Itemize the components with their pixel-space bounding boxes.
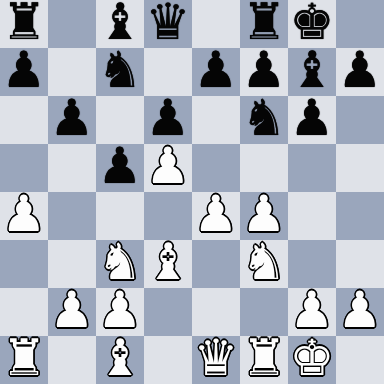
square-d3[interactable]: ♝ bbox=[144, 240, 192, 288]
piece-white-rook[interactable]: ♜ bbox=[2, 334, 47, 382]
square-f3[interactable]: ♞ bbox=[240, 240, 288, 288]
square-d2[interactable] bbox=[144, 288, 192, 336]
piece-black-queen[interactable]: ♛ bbox=[146, 0, 191, 46]
piece-white-pawn[interactable]: ♟ bbox=[242, 190, 287, 238]
piece-black-pawn[interactable]: ♟ bbox=[290, 94, 335, 142]
piece-black-pawn[interactable]: ♟ bbox=[242, 46, 287, 94]
piece-white-knight[interactable]: ♞ bbox=[242, 238, 287, 286]
piece-white-rook[interactable]: ♜ bbox=[242, 334, 287, 382]
piece-white-pawn[interactable]: ♟ bbox=[50, 286, 95, 334]
piece-black-knight[interactable]: ♞ bbox=[242, 94, 287, 142]
square-b2[interactable]: ♟ bbox=[48, 288, 96, 336]
piece-white-bishop[interactable]: ♝ bbox=[146, 238, 191, 286]
piece-black-rook[interactable]: ♜ bbox=[2, 0, 47, 46]
square-h1[interactable] bbox=[336, 336, 384, 384]
square-d5[interactable]: ♟ bbox=[144, 144, 192, 192]
square-d1[interactable] bbox=[144, 336, 192, 384]
square-a3[interactable] bbox=[0, 240, 48, 288]
square-a4[interactable]: ♟ bbox=[0, 192, 48, 240]
square-b4[interactable] bbox=[48, 192, 96, 240]
square-h6[interactable] bbox=[336, 96, 384, 144]
piece-black-pawn[interactable]: ♟ bbox=[98, 142, 143, 190]
piece-white-pawn[interactable]: ♟ bbox=[194, 190, 239, 238]
piece-white-pawn[interactable]: ♟ bbox=[338, 286, 383, 334]
piece-white-pawn[interactable]: ♟ bbox=[290, 286, 335, 334]
square-e4[interactable]: ♟ bbox=[192, 192, 240, 240]
piece-white-bishop[interactable]: ♝ bbox=[98, 334, 143, 382]
piece-white-king[interactable]: ♚ bbox=[290, 334, 335, 382]
square-d8[interactable]: ♛ bbox=[144, 0, 192, 48]
square-a6[interactable] bbox=[0, 96, 48, 144]
piece-black-knight[interactable]: ♞ bbox=[98, 46, 143, 94]
piece-black-pawn[interactable]: ♟ bbox=[146, 94, 191, 142]
square-f6[interactable]: ♞ bbox=[240, 96, 288, 144]
piece-black-pawn[interactable]: ♟ bbox=[2, 46, 47, 94]
square-g1[interactable]: ♚ bbox=[288, 336, 336, 384]
piece-white-pawn[interactable]: ♟ bbox=[146, 142, 191, 190]
piece-black-rook[interactable]: ♜ bbox=[242, 0, 287, 46]
piece-black-bishop[interactable]: ♝ bbox=[98, 0, 143, 46]
square-h4[interactable] bbox=[336, 192, 384, 240]
square-a7[interactable]: ♟ bbox=[0, 48, 48, 96]
square-h5[interactable] bbox=[336, 144, 384, 192]
square-c5[interactable]: ♟ bbox=[96, 144, 144, 192]
piece-white-knight[interactable]: ♞ bbox=[98, 238, 143, 286]
square-g6[interactable]: ♟ bbox=[288, 96, 336, 144]
square-e3[interactable] bbox=[192, 240, 240, 288]
square-f1[interactable]: ♜ bbox=[240, 336, 288, 384]
square-b6[interactable]: ♟ bbox=[48, 96, 96, 144]
piece-white-queen[interactable]: ♛ bbox=[194, 334, 239, 382]
square-e7[interactable]: ♟ bbox=[192, 48, 240, 96]
square-c1[interactable]: ♝ bbox=[96, 336, 144, 384]
piece-black-pawn[interactable]: ♟ bbox=[338, 46, 383, 94]
square-c7[interactable]: ♞ bbox=[96, 48, 144, 96]
piece-black-king[interactable]: ♚ bbox=[290, 0, 335, 46]
chess-board: ♜♝♛♜♚♟♞♟♟♝♟♟♟♞♟♟♟♟♟♟♞♝♞♟♟♟♟♜♝♛♜♚ bbox=[0, 0, 384, 384]
piece-black-bishop[interactable]: ♝ bbox=[290, 46, 335, 94]
piece-black-pawn[interactable]: ♟ bbox=[194, 46, 239, 94]
square-b1[interactable] bbox=[48, 336, 96, 384]
piece-black-pawn[interactable]: ♟ bbox=[50, 94, 95, 142]
piece-white-pawn[interactable]: ♟ bbox=[2, 190, 47, 238]
square-e1[interactable]: ♛ bbox=[192, 336, 240, 384]
square-g4[interactable] bbox=[288, 192, 336, 240]
square-h7[interactable]: ♟ bbox=[336, 48, 384, 96]
square-b8[interactable] bbox=[48, 0, 96, 48]
square-a1[interactable]: ♜ bbox=[0, 336, 48, 384]
square-h2[interactable]: ♟ bbox=[336, 288, 384, 336]
square-b5[interactable] bbox=[48, 144, 96, 192]
square-g5[interactable] bbox=[288, 144, 336, 192]
square-e6[interactable] bbox=[192, 96, 240, 144]
piece-white-pawn[interactable]: ♟ bbox=[98, 286, 143, 334]
